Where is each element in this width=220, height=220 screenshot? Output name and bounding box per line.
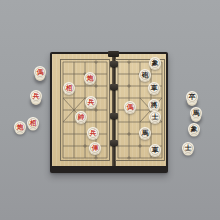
hinge-icon: [110, 140, 118, 146]
piece-character: 象: [191, 124, 198, 134]
piece-red-cannon-tray[interactable]: 炮: [14, 121, 26, 133]
piece-character: 車: [152, 145, 159, 155]
piece-black-horse[interactable]: 馬: [139, 127, 151, 139]
piece-character: 相: [66, 83, 73, 93]
piece-character: 卒: [189, 92, 196, 102]
piece-black-cannon[interactable]: 砲: [139, 69, 151, 81]
piece-red-soldier-2[interactable]: 兵: [87, 127, 99, 139]
piece-black-advisor-tray[interactable]: 士: [182, 142, 194, 154]
piece-character: 兵: [33, 91, 40, 101]
piece-character: 炮: [87, 73, 94, 83]
hinge-icon: [110, 84, 118, 90]
piece-red-horse[interactable]: 傌: [124, 101, 136, 113]
piece-black-advisor[interactable]: 士: [149, 111, 161, 123]
piece-character: 士: [185, 143, 192, 153]
piece-black-general[interactable]: 將: [148, 99, 160, 111]
piece-character: 傌: [127, 102, 134, 112]
piece-character: 馬: [193, 108, 200, 118]
piece-character: 帥: [78, 112, 85, 122]
piece-red-elephant-tray[interactable]: 相: [27, 117, 39, 129]
piece-character: 兵: [88, 97, 95, 107]
piece-character: 兵: [90, 128, 97, 138]
product-photo-scene: 炮相兵帥兵俥傌象砲車將士馬車傌兵相炮卒馬象士: [0, 0, 220, 220]
hinge-icon: [110, 61, 118, 67]
piece-character: 象: [152, 58, 159, 68]
piece-red-horse-tray[interactable]: 傌: [34, 66, 46, 78]
piece-red-elephant[interactable]: 相: [63, 82, 75, 94]
piece-black-horse-tray[interactable]: 馬: [190, 107, 202, 119]
piece-black-chariot-1[interactable]: 車: [148, 82, 160, 94]
piece-red-cannon[interactable]: 炮: [84, 72, 96, 84]
piece-character: 將: [151, 100, 158, 110]
piece-black-elephant[interactable]: 象: [149, 57, 161, 69]
piece-red-chariot[interactable]: 俥: [89, 142, 101, 154]
piece-red-soldier-tray[interactable]: 兵: [30, 90, 42, 102]
piece-character: 相: [30, 118, 37, 128]
piece-black-chariot-2[interactable]: 車: [149, 144, 161, 156]
piece-character: 砲: [142, 70, 149, 80]
piece-red-general[interactable]: 帥: [75, 111, 87, 123]
piece-black-soldier-tray[interactable]: 卒: [186, 91, 198, 103]
board-left-half-red: [52, 54, 112, 166]
hinge-icon: [110, 113, 118, 119]
piece-character: 俥: [92, 143, 99, 153]
piece-character: 炮: [17, 122, 24, 132]
piece-red-soldier-1[interactable]: 兵: [85, 96, 97, 108]
piece-character: 馬: [142, 128, 149, 138]
piece-character: 車: [151, 83, 158, 93]
fold-clasp-icon: [108, 51, 119, 57]
piece-character: 傌: [37, 67, 44, 77]
piece-character: 士: [152, 112, 159, 122]
piece-black-elephant-tray[interactable]: 象: [188, 123, 200, 135]
